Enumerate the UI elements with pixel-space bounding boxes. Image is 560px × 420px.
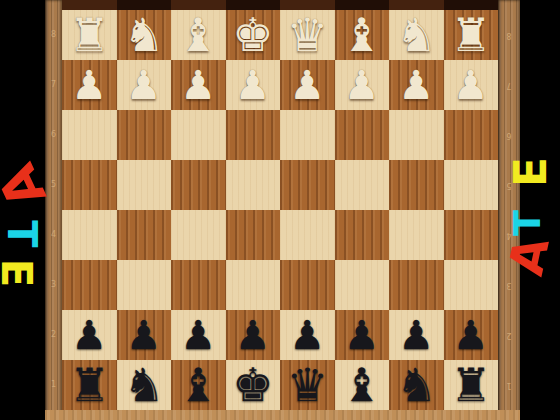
board-square[interactable]: ♟ xyxy=(226,60,281,110)
board-square[interactable]: ♟ xyxy=(280,310,335,360)
board-square[interactable]: ♟ xyxy=(226,310,281,360)
chess-board: 87654321 ♜♞♝♚♛♝♞♜♟♟♟♟♟♟♟♟♟♟♟♟♟♟♟♟♜♞♝♚♛♝♞… xyxy=(45,0,520,420)
piece-black-pawn[interactable]: ♟ xyxy=(71,315,107,355)
piece-white-king[interactable]: ♚ xyxy=(232,12,273,58)
board-square[interactable]: ♜ xyxy=(444,10,499,60)
rank-label-7: 7 xyxy=(45,60,62,110)
board-square[interactable]: ♞ xyxy=(389,360,444,410)
board-square[interactable]: ♟ xyxy=(280,60,335,110)
board-square[interactable]: ♟ xyxy=(62,60,117,110)
board-square[interactable] xyxy=(117,210,172,260)
board-square[interactable]: ♞ xyxy=(117,10,172,60)
board-square[interactable]: ♜ xyxy=(444,360,499,410)
board-square[interactable] xyxy=(444,160,499,210)
board-square[interactable]: ♚ xyxy=(226,360,281,410)
board-square[interactable]: ♝ xyxy=(171,360,226,410)
board-square[interactable]: ♟ xyxy=(171,60,226,110)
board-square[interactable] xyxy=(389,210,444,260)
board-square[interactable]: ♜ xyxy=(62,360,117,410)
board-square[interactable] xyxy=(280,110,335,160)
board-square[interactable] xyxy=(335,110,390,160)
board-square[interactable] xyxy=(335,260,390,310)
board-grid: ♜♞♝♚♛♝♞♜♟♟♟♟♟♟♟♟♟♟♟♟♟♟♟♟♜♞♝♚♛♝♞♜ xyxy=(62,10,498,410)
piece-white-bishop[interactable]: ♝ xyxy=(178,12,219,58)
piece-black-pawn[interactable]: ♟ xyxy=(126,315,162,355)
paint-letter-left-3: E xyxy=(0,259,37,288)
board-square[interactable] xyxy=(171,210,226,260)
piece-white-knight[interactable]: ♞ xyxy=(396,12,437,58)
piece-black-pawn[interactable]: ♟ xyxy=(180,315,216,355)
board-square[interactable]: ♟ xyxy=(389,310,444,360)
board-square[interactable]: ♟ xyxy=(335,310,390,360)
rank-labels-left: 87654321 xyxy=(45,10,62,410)
piece-black-pawn[interactable]: ♟ xyxy=(398,315,434,355)
rank-label-7: 7 xyxy=(498,60,520,110)
rank-label-6: 6 xyxy=(498,110,520,160)
board-square[interactable]: ♝ xyxy=(335,10,390,60)
board-square[interactable] xyxy=(62,160,117,210)
piece-white-pawn[interactable]: ♟ xyxy=(235,65,271,105)
paint-letter-right-2: T xyxy=(508,210,546,236)
piece-black-pawn[interactable]: ♟ xyxy=(453,315,489,355)
board-square[interactable]: ♟ xyxy=(444,310,499,360)
board-square[interactable] xyxy=(444,110,499,160)
board-square[interactable]: ♛ xyxy=(280,360,335,410)
piece-white-queen[interactable]: ♛ xyxy=(287,12,328,58)
piece-black-king[interactable]: ♚ xyxy=(232,362,273,408)
board-square[interactable]: ♟ xyxy=(117,310,172,360)
rank-label-2: 2 xyxy=(45,310,62,360)
board-bottom-edge xyxy=(45,410,520,420)
piece-black-pawn[interactable]: ♟ xyxy=(344,315,380,355)
photo-background: 87654321 ♜♞♝♚♛♝♞♜♟♟♟♟♟♟♟♟♟♟♟♟♟♟♟♟♜♞♝♚♛♝♞… xyxy=(0,0,560,420)
board-square[interactable]: ♚ xyxy=(226,10,281,60)
board-square[interactable]: ♜ xyxy=(62,10,117,60)
piece-black-pawn[interactable]: ♟ xyxy=(235,315,271,355)
piece-black-rook[interactable]: ♜ xyxy=(69,362,110,408)
piece-black-rook[interactable]: ♜ xyxy=(450,362,491,408)
board-square[interactable] xyxy=(117,160,172,210)
piece-white-pawn[interactable]: ♟ xyxy=(180,65,216,105)
board-square[interactable] xyxy=(226,160,281,210)
rank-label-2: 2 xyxy=(498,310,520,360)
board-square[interactable] xyxy=(171,160,226,210)
board-square[interactable]: ♝ xyxy=(335,360,390,410)
piece-white-bishop[interactable]: ♝ xyxy=(341,12,382,58)
board-square[interactable] xyxy=(444,210,499,260)
rank-label-6: 6 xyxy=(45,110,62,160)
board-square[interactable] xyxy=(389,260,444,310)
rank-label-3: 3 xyxy=(45,260,62,310)
board-square[interactable] xyxy=(335,160,390,210)
board-square[interactable] xyxy=(389,160,444,210)
board-square[interactable] xyxy=(62,260,117,310)
rank-label-4: 4 xyxy=(45,210,62,260)
board-square[interactable] xyxy=(280,260,335,310)
board-square[interactable]: ♟ xyxy=(389,60,444,110)
piece-white-pawn[interactable]: ♟ xyxy=(289,65,325,105)
board-square[interactable]: ♟ xyxy=(117,60,172,110)
piece-white-pawn[interactable]: ♟ xyxy=(398,65,434,105)
piece-black-queen[interactable]: ♛ xyxy=(287,362,328,408)
board-square[interactable] xyxy=(117,110,172,160)
board-top-edge xyxy=(45,0,520,10)
piece-black-pawn[interactable]: ♟ xyxy=(289,315,325,355)
rank-label-8: 8 xyxy=(498,10,520,60)
piece-black-bishop[interactable]: ♝ xyxy=(341,362,382,408)
piece-black-bishop[interactable]: ♝ xyxy=(178,362,219,408)
board-square[interactable] xyxy=(171,260,226,310)
board-square[interactable] xyxy=(171,110,226,160)
board-square[interactable] xyxy=(226,110,281,160)
board-square[interactable]: ♟ xyxy=(335,60,390,110)
paint-letter-right-1: E xyxy=(509,157,553,187)
board-square[interactable] xyxy=(226,210,281,260)
board-square[interactable] xyxy=(444,260,499,310)
board-square[interactable]: ♞ xyxy=(117,360,172,410)
piece-white-knight[interactable]: ♞ xyxy=(123,12,164,58)
board-square[interactable] xyxy=(280,160,335,210)
piece-white-pawn[interactable]: ♟ xyxy=(344,65,380,105)
rank-label-1: 1 xyxy=(498,360,520,410)
board-square[interactable]: ♟ xyxy=(171,310,226,360)
board-square[interactable] xyxy=(62,110,117,160)
board-square[interactable]: ♟ xyxy=(62,310,117,360)
board-square[interactable] xyxy=(335,210,390,260)
piece-white-rook[interactable]: ♜ xyxy=(450,12,491,58)
piece-white-pawn[interactable]: ♟ xyxy=(71,65,107,105)
board-square[interactable] xyxy=(389,110,444,160)
piece-white-pawn[interactable]: ♟ xyxy=(453,65,489,105)
board-square[interactable] xyxy=(117,260,172,310)
board-square[interactable]: ♟ xyxy=(444,60,499,110)
rank-label-8: 8 xyxy=(45,10,62,60)
piece-white-rook[interactable]: ♜ xyxy=(69,12,110,58)
board-square[interactable]: ♝ xyxy=(171,10,226,60)
board-square[interactable]: ♞ xyxy=(389,10,444,60)
piece-black-knight[interactable]: ♞ xyxy=(396,362,437,408)
board-square[interactable] xyxy=(62,210,117,260)
board-square[interactable] xyxy=(280,210,335,260)
rank-label-1: 1 xyxy=(45,360,62,410)
board-square[interactable]: ♛ xyxy=(280,10,335,60)
piece-white-pawn[interactable]: ♟ xyxy=(126,65,162,105)
board-left-border: 87654321 xyxy=(45,0,62,420)
piece-black-knight[interactable]: ♞ xyxy=(123,362,164,408)
paint-letter-left-2: T xyxy=(2,220,42,247)
board-square[interactable] xyxy=(226,260,281,310)
